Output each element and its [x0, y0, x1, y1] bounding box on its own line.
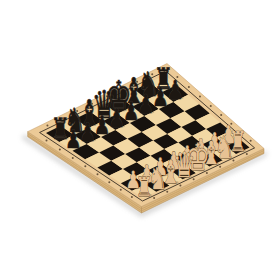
border-dot: [46, 140, 48, 142]
piece-black-pawn-e7: ♟: [123, 96, 140, 126]
border-dot: [46, 124, 48, 126]
piece-white-rook-a1: ♜: [136, 171, 153, 201]
piece-black-pawn-b7: ♟: [79, 117, 96, 147]
border-dot: [131, 196, 133, 198]
border-dot: [72, 157, 74, 159]
border-dot: [188, 86, 190, 88]
product-photo: ♜♞♟♝♟♚♟♛♟♝♟♞♟♜♟♟♟♟♜♟♞♟♝♟♚♟♛♟♝♟♞♜: [0, 0, 280, 280]
chess-set-photo: ♜♞♟♝♟♚♟♛♟♝♟♞♟♜♟♟♟♟♜♟♞♟♝♟♚♟♛♟♝♟♞♜: [0, 0, 280, 280]
border-dot: [250, 140, 252, 142]
border-dot: [84, 165, 86, 167]
piece-black-pawn-h7: ♟: [167, 74, 184, 104]
border-dot: [199, 96, 201, 98]
piece-black-pawn-a7: ♟: [65, 124, 82, 154]
border-dot: [220, 114, 222, 116]
border-dot: [153, 197, 155, 199]
border-dot: [210, 105, 212, 107]
border-dot: [120, 189, 122, 191]
border-dot: [96, 173, 98, 175]
piece-black-pawn-g7: ♟: [152, 81, 169, 111]
piece-black-pawn-c7: ♟: [94, 110, 111, 140]
piece-black-pawn-f7: ♟: [137, 89, 154, 119]
border-dot: [108, 181, 110, 183]
border-dot: [59, 148, 61, 150]
piece-black-pawn-d7: ♟: [108, 103, 125, 133]
